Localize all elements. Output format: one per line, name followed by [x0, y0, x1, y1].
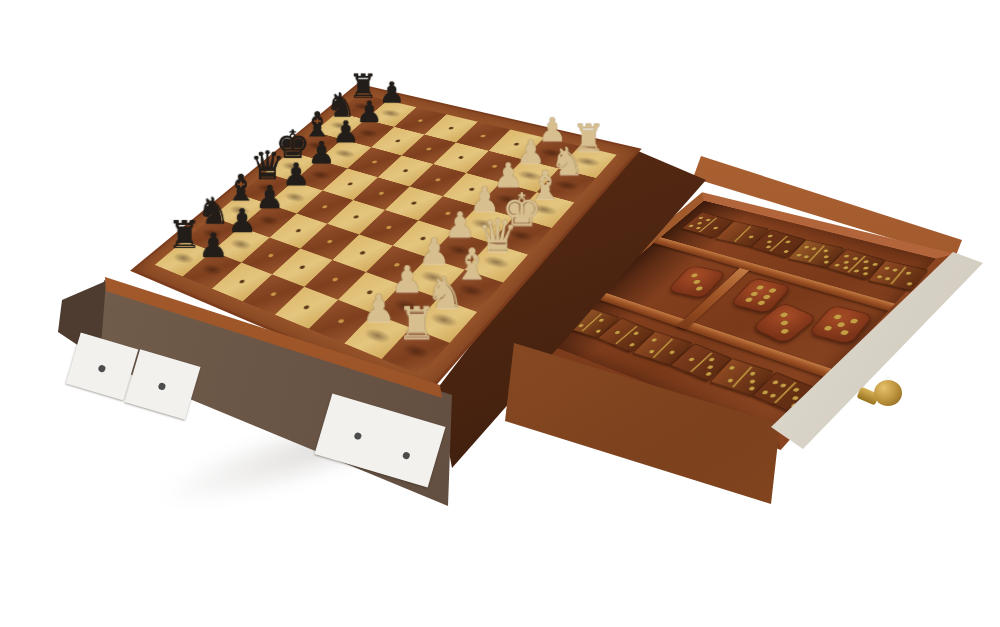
brass-pip: [791, 395, 799, 400]
label-screw-dot: [158, 383, 167, 392]
square: [478, 182, 537, 216]
peg-hole: [393, 262, 400, 267]
brass-pip: [766, 240, 772, 244]
square: [309, 300, 374, 344]
peg-hole: [299, 265, 306, 270]
brass-pip: [748, 379, 756, 384]
peg-hole: [395, 139, 401, 142]
peg-hole: [270, 292, 277, 297]
square: [243, 274, 305, 314]
brass-pip: [892, 268, 899, 272]
brass-pip: [876, 275, 883, 279]
brass-pip: [771, 380, 779, 385]
peg-hole: [402, 169, 409, 173]
peg-hole: [513, 142, 520, 146]
brass-pip: [906, 282, 913, 286]
peg-hole: [435, 178, 442, 182]
brass-pip: [767, 288, 777, 293]
knob-ball: [874, 380, 902, 406]
peg-hole: [238, 279, 245, 284]
brass-pip: [632, 331, 639, 335]
brass-pip: [803, 255, 810, 259]
brass-pip: [872, 262, 879, 266]
peg-hole: [448, 126, 454, 129]
peg-hole: [468, 187, 475, 191]
brass-pip: [780, 383, 788, 388]
brass-pip: [783, 250, 790, 254]
brass-pip: [863, 260, 870, 264]
brass-pip: [728, 365, 735, 370]
peg-hole: [458, 156, 465, 160]
peg-hole: [426, 147, 432, 151]
brass-pip: [748, 386, 756, 391]
square: [393, 220, 453, 257]
peg-hole: [267, 253, 274, 257]
brass-pip: [748, 235, 754, 238]
brass-pip: [839, 329, 849, 335]
brass-pip: [750, 291, 759, 296]
brass-pip: [705, 372, 712, 377]
peg-hole: [419, 236, 426, 240]
peg-hole: [371, 160, 377, 164]
square: [275, 287, 338, 329]
peg-hole: [303, 305, 311, 310]
brass-pip: [650, 338, 657, 342]
peg-hole: [417, 119, 423, 122]
brass-pip: [708, 357, 715, 362]
brass-pip: [755, 285, 764, 290]
brass-pip: [823, 325, 833, 331]
brass-pip: [780, 328, 790, 334]
square: [418, 196, 477, 231]
brass-pip: [784, 240, 791, 244]
brass-pip: [762, 294, 772, 300]
peg-hole: [378, 191, 385, 195]
peg-hole: [359, 251, 366, 255]
brass-pip: [803, 245, 810, 249]
square: [428, 231, 490, 269]
brass-pip: [843, 260, 850, 264]
brass-pip: [862, 266, 869, 270]
brass-pip: [749, 371, 756, 376]
domino-brass-line: [734, 226, 751, 241]
brass-pip: [885, 277, 892, 281]
brass-pip: [692, 279, 701, 284]
brass-pip: [834, 263, 841, 267]
brass-pip: [795, 253, 802, 257]
brass-pip: [843, 254, 850, 258]
brass-pip: [629, 343, 636, 347]
brass-pip: [853, 269, 860, 273]
peg-hole: [322, 205, 329, 209]
brass-pip: [792, 387, 800, 392]
square: [514, 192, 575, 228]
brass-pip: [883, 266, 890, 270]
peg-hole: [491, 164, 498, 168]
square: [338, 272, 401, 313]
brass-pip: [769, 393, 777, 398]
brass-pip: [862, 272, 869, 276]
brass-pip: [707, 364, 714, 369]
peg-hole: [337, 319, 345, 324]
brass-pip: [614, 330, 621, 334]
chess-box-scene: ♜♞♝♛♚♝♞♜♟♟♟♟♟♟♟♟♟♟♟♟♟♟♟♟♜♞♝♛♚♝♞♜: [0, 0, 1000, 627]
brass-pip: [822, 249, 829, 253]
brass-pip: [688, 224, 694, 227]
brass-pip: [648, 349, 655, 353]
brass-pip: [779, 319, 789, 325]
brass-pip: [727, 378, 735, 383]
label-screw-dot: [97, 365, 106, 374]
brass-pip: [761, 390, 769, 395]
brass-pip: [698, 216, 704, 219]
brass-pip: [767, 234, 773, 238]
brass-pip: [849, 318, 859, 324]
peg-hole: [331, 277, 338, 282]
square: [490, 217, 552, 255]
brass-pip: [595, 329, 602, 333]
brass-pip: [823, 260, 830, 264]
brass-pip: [697, 221, 703, 224]
domino-brass-line: [732, 367, 752, 388]
brass-pip: [779, 311, 789, 317]
label-screw-dot: [353, 432, 362, 441]
peg-hole: [480, 134, 486, 137]
square: [272, 249, 332, 287]
square: [304, 260, 366, 300]
brass-pip: [811, 247, 818, 251]
peg-hole: [347, 182, 354, 186]
square: [300, 224, 359, 260]
brass-pip: [668, 350, 675, 354]
square: [382, 328, 450, 376]
brass-pip: [695, 286, 704, 291]
brass-pip: [823, 255, 830, 259]
brass-pip: [713, 226, 719, 229]
peg-hole: [410, 201, 417, 205]
brass-pip: [836, 321, 846, 327]
brass-pip: [757, 300, 767, 306]
peg-hole: [366, 290, 374, 295]
brass-pip: [832, 313, 842, 319]
brass-knob: [858, 378, 904, 410]
peg-hole: [444, 211, 451, 215]
domino-brass-line: [690, 353, 712, 372]
square: [453, 206, 514, 242]
brass-pip: [905, 271, 912, 275]
brass-pip: [688, 357, 695, 362]
peg-hole: [385, 225, 392, 229]
brass-pip: [745, 297, 755, 303]
label-screw-dot: [402, 451, 411, 460]
brass-pip: [598, 318, 605, 322]
peg-hole: [326, 239, 333, 243]
square: [332, 234, 392, 272]
peg-hole: [295, 229, 302, 233]
brass-pip: [690, 272, 699, 277]
peg-hole: [353, 215, 360, 219]
domino-brass-line: [653, 339, 674, 358]
square: [359, 210, 418, 246]
square: [366, 246, 428, 285]
